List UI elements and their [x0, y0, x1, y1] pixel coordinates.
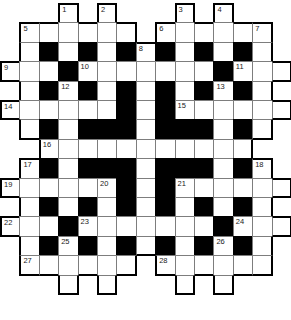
block-cell-r12c6: [116, 236, 136, 256]
block-cell-r2c6: [116, 42, 136, 62]
cell-r7c12[interactable]: [233, 139, 253, 159]
block-cell-r10c4: [78, 197, 98, 217]
block-cell-r2c2: [39, 42, 59, 62]
block-cell-r6c2: [39, 119, 59, 139]
block-cell-r4c8: [155, 81, 175, 101]
cell-r1c9[interactable]: [175, 22, 195, 42]
cell-r9c10[interactable]: [194, 178, 214, 198]
cell-r0c3[interactable]: 1: [58, 3, 78, 23]
cell-r10c7[interactable]: [136, 197, 156, 217]
cell-r11c7[interactable]: [136, 216, 156, 236]
cell-r9c1[interactable]: [19, 178, 39, 198]
block-cell-r8c5: [97, 158, 117, 178]
cell-r5c4[interactable]: [78, 100, 98, 120]
block-cell-r2c8: [155, 42, 175, 62]
cell-r13c12[interactable]: [233, 255, 253, 275]
block-cell-r9c6: [116, 178, 136, 198]
cell-r1c5[interactable]: [97, 22, 117, 42]
clue-number-14: 14: [4, 102, 12, 111]
clue-number-13: 13: [216, 82, 224, 91]
clue-number-19: 19: [4, 180, 12, 189]
cell-r3c9[interactable]: [175, 61, 195, 81]
cell-r13c13[interactable]: [252, 255, 272, 275]
clue-number-20: 20: [100, 179, 108, 188]
cell-r5c9[interactable]: 15: [175, 100, 195, 120]
cell-r0c11[interactable]: 4: [213, 3, 233, 23]
cell-r5c13[interactable]: [252, 100, 272, 120]
cell-r9c13[interactable]: [252, 178, 272, 198]
clue-number-1: 1: [62, 5, 66, 14]
clue-number-18: 18: [255, 160, 263, 169]
block-cell-r12c10: [194, 236, 214, 256]
cell-r3c2[interactable]: [39, 61, 59, 81]
clue-number-6: 6: [159, 24, 163, 33]
cell-r13c3[interactable]: [58, 255, 78, 275]
cell-r5c14[interactable]: [272, 100, 291, 120]
block-cell-r2c10: [194, 42, 214, 62]
cell-r10c5[interactable]: [97, 197, 117, 217]
clue-number-22: 22: [4, 218, 12, 227]
cell-r1c10[interactable]: [194, 22, 214, 42]
block-cell-r6c8: [155, 119, 175, 139]
cell-r11c12[interactable]: 24: [233, 216, 253, 236]
block-cell-r5c6: [116, 100, 136, 120]
cell-r8c3[interactable]: [58, 158, 78, 178]
cell-r6c13[interactable]: [252, 119, 272, 139]
cell-r7c5[interactable]: [97, 139, 117, 159]
cell-r1c13[interactable]: 7: [252, 22, 272, 42]
block-cell-r11c3: [58, 216, 78, 236]
clue-number-5: 5: [23, 24, 27, 33]
block-cell-r12c8: [155, 236, 175, 256]
cell-r4c9[interactable]: [175, 81, 195, 101]
clue-number-24: 24: [236, 217, 244, 226]
cell-r2c5[interactable]: [97, 42, 117, 62]
cell-r3c4[interactable]: 10: [78, 61, 98, 81]
block-cell-r4c6: [116, 81, 136, 101]
clue-number-11: 11: [236, 62, 244, 71]
cell-r3c10[interactable]: [194, 61, 214, 81]
cell-r1c12[interactable]: [233, 22, 253, 42]
cell-r11c14[interactable]: [272, 216, 291, 236]
cell-r7c11[interactable]: [213, 139, 233, 159]
block-cell-r3c3: [58, 61, 78, 81]
cell-r11c0[interactable]: 22: [0, 216, 20, 236]
cell-r4c3[interactable]: 12: [58, 81, 78, 101]
cell-r14c9[interactable]: [175, 275, 195, 295]
cell-r7c6[interactable]: [116, 139, 136, 159]
cell-r1c4[interactable]: [78, 22, 98, 42]
clue-number-25: 25: [61, 237, 69, 246]
cell-r4c13[interactable]: [252, 81, 272, 101]
cell-r11c4[interactable]: 23: [78, 216, 98, 236]
cell-r12c1[interactable]: [19, 236, 39, 256]
clue-number-2: 2: [101, 5, 105, 14]
cell-r7c4[interactable]: [78, 139, 98, 159]
cell-r11c9[interactable]: [175, 216, 195, 236]
cell-r3c0[interactable]: 9: [0, 61, 20, 81]
cell-r6c3[interactable]: [58, 119, 78, 139]
block-cell-r8c12: [233, 158, 253, 178]
block-cell-r6c9: [175, 119, 195, 139]
block-cell-r4c2: [39, 81, 59, 101]
cell-r8c7[interactable]: [136, 158, 156, 178]
block-cell-r11c11: [213, 216, 233, 236]
cell-r11c13[interactable]: [252, 216, 272, 236]
cell-r3c6[interactable]: [116, 61, 136, 81]
cell-r3c7[interactable]: [136, 61, 156, 81]
cell-r5c3[interactable]: [58, 100, 78, 120]
cell-r13c5[interactable]: [97, 255, 117, 275]
cell-r11c5[interactable]: [97, 216, 117, 236]
cell-r6c7[interactable]: [136, 119, 156, 139]
cell-r14c11[interactable]: [213, 275, 233, 295]
clue-number-15: 15: [178, 101, 186, 110]
cell-r1c8[interactable]: 6: [155, 22, 175, 42]
cell-r5c7[interactable]: [136, 100, 156, 120]
cell-r13c2[interactable]: [39, 255, 59, 275]
block-cell-r8c8: [155, 158, 175, 178]
cell-r13c4[interactable]: [78, 255, 98, 275]
cell-r12c13[interactable]: [252, 236, 272, 256]
cell-r8c13[interactable]: 18: [252, 158, 272, 178]
cell-r5c5[interactable]: [97, 100, 117, 120]
block-cell-r6c5: [97, 119, 117, 139]
cell-r5c12[interactable]: [233, 100, 253, 120]
cell-r4c11[interactable]: 13: [213, 81, 233, 101]
block-cell-r9c8: [155, 178, 175, 198]
cell-r11c10[interactable]: [194, 216, 214, 236]
cell-r8c1[interactable]: 17: [19, 158, 39, 178]
cell-r1c3[interactable]: [58, 22, 78, 42]
cell-r7c7[interactable]: [136, 139, 156, 159]
cell-r11c2[interactable]: [39, 216, 59, 236]
cell-r13c6[interactable]: [116, 255, 136, 275]
cell-r13c10[interactable]: [194, 255, 214, 275]
cell-r2c3[interactable]: [58, 42, 78, 62]
block-cell-r4c10: [194, 81, 214, 101]
block-cell-r8c9: [175, 158, 195, 178]
block-cell-r10c10: [194, 197, 214, 217]
cell-r7c8[interactable]: [155, 139, 175, 159]
cell-r0c9[interactable]: 3: [175, 3, 195, 23]
cell-r13c1[interactable]: 27: [19, 255, 39, 275]
clue-number-27: 27: [23, 256, 31, 265]
cell-r5c2[interactable]: [39, 100, 59, 120]
cell-r14c5[interactable]: [97, 275, 117, 295]
cell-r2c7[interactable]: 8: [136, 42, 156, 62]
cell-r13c11[interactable]: [213, 255, 233, 275]
cell-r4c5[interactable]: [97, 81, 117, 101]
block-cell-r8c4: [78, 158, 98, 178]
cell-r3c1[interactable]: [19, 61, 39, 81]
cell-r13c8[interactable]: 28: [155, 255, 175, 275]
block-cell-r6c10: [194, 119, 214, 139]
block-cell-r10c2: [39, 197, 59, 217]
cell-r10c9[interactable]: [175, 197, 195, 217]
cell-r5c1[interactable]: [19, 100, 39, 120]
cell-r5c11[interactable]: [213, 100, 233, 120]
block-cell-r8c2: [39, 158, 59, 178]
block-cell-r8c10: [194, 158, 214, 178]
block-cell-r10c6: [116, 197, 136, 217]
block-cell-r5c8: [155, 100, 175, 120]
clue-number-3: 3: [179, 5, 183, 14]
block-cell-r10c12: [233, 197, 253, 217]
block-cell-r12c2: [39, 236, 59, 256]
cell-r0c5[interactable]: 2: [97, 3, 117, 23]
cell-r4c1[interactable]: [19, 81, 39, 101]
cell-r13c9[interactable]: [175, 255, 195, 275]
block-cell-r6c4: [78, 119, 98, 139]
cell-r2c13[interactable]: [252, 42, 272, 62]
cell-r11c1[interactable]: [19, 216, 39, 236]
cell-r6c11[interactable]: [213, 119, 233, 139]
cell-r1c2[interactable]: [39, 22, 59, 42]
clue-number-17: 17: [23, 160, 31, 169]
block-cell-r12c4: [78, 236, 98, 256]
block-cell-r2c12: [233, 42, 253, 62]
cell-r1c11[interactable]: [213, 22, 233, 42]
cell-r3c12[interactable]: 11: [233, 61, 253, 81]
cell-r1c6[interactable]: [116, 22, 136, 42]
clue-number-4: 4: [217, 5, 221, 14]
cell-r7c2[interactable]: 16: [39, 139, 59, 159]
cell-r8c11[interactable]: [213, 158, 233, 178]
block-cell-r4c12: [233, 81, 253, 101]
clue-number-9: 9: [4, 63, 8, 72]
block-cell-r10c8: [155, 197, 175, 217]
cell-r9c2[interactable]: [39, 178, 59, 198]
cell-r3c8[interactable]: [155, 61, 175, 81]
block-cell-r2c4: [78, 42, 98, 62]
cell-r12c5[interactable]: [97, 236, 117, 256]
cell-r9c12[interactable]: [233, 178, 253, 198]
cell-r9c11[interactable]: [213, 178, 233, 198]
cell-r11c8[interactable]: [155, 216, 175, 236]
cell-r9c0[interactable]: 19: [0, 178, 20, 198]
cell-r9c4[interactable]: [78, 178, 98, 198]
cell-r2c1[interactable]: [19, 42, 39, 62]
cell-r12c3[interactable]: 25: [58, 236, 78, 256]
clue-number-21: 21: [178, 179, 186, 188]
clue-number-12: 12: [61, 82, 69, 91]
block-cell-r6c12: [233, 119, 253, 139]
clue-number-10: 10: [81, 62, 89, 71]
clue-number-26: 26: [216, 237, 224, 246]
cell-r9c3[interactable]: [58, 178, 78, 198]
cell-r2c11[interactable]: [213, 42, 233, 62]
block-cell-r6c6: [116, 119, 136, 139]
cell-r12c9[interactable]: [175, 236, 195, 256]
cell-r3c5[interactable]: [97, 61, 117, 81]
clue-number-28: 28: [159, 256, 167, 265]
cell-r10c1[interactable]: [19, 197, 39, 217]
block-cell-r4c4: [78, 81, 98, 101]
clue-number-16: 16: [43, 140, 51, 149]
cell-r9c7[interactable]: [136, 178, 156, 198]
block-cell-r3c11: [213, 61, 233, 81]
cell-r4c7[interactable]: [136, 81, 156, 101]
cell-r10c11[interactable]: [213, 197, 233, 217]
cell-r10c13[interactable]: [252, 197, 272, 217]
cell-r2c9[interactable]: [175, 42, 195, 62]
clue-number-23: 23: [81, 217, 89, 226]
cell-r6c1[interactable]: [19, 119, 39, 139]
cell-r12c7[interactable]: [136, 236, 156, 256]
cell-r12c11[interactable]: 26: [213, 236, 233, 256]
cell-r5c10[interactable]: [194, 100, 214, 120]
cell-r7c3[interactable]: [58, 139, 78, 159]
crossword-grid: 1234567891011121314151617181920212223242…: [0, 0, 291, 317]
block-cell-r12c12: [233, 236, 253, 256]
cell-r14c3[interactable]: [58, 275, 78, 295]
cell-r10c3[interactable]: [58, 197, 78, 217]
crossword-page: 1234567891011121314151617181920212223242…: [0, 0, 291, 320]
cell-r9c9[interactable]: 21: [175, 178, 195, 198]
cell-r7c9[interactable]: [175, 139, 195, 159]
cell-r9c5[interactable]: 20: [97, 178, 117, 198]
cell-r9c14[interactable]: [272, 178, 291, 198]
clue-number-7: 7: [255, 24, 259, 33]
cell-r3c14[interactable]: [272, 61, 291, 81]
cell-r5c0[interactable]: 14: [0, 100, 20, 120]
cell-r7c10[interactable]: [194, 139, 214, 159]
block-cell-r8c6: [116, 158, 136, 178]
cell-r3c13[interactable]: [252, 61, 272, 81]
cell-r1c1[interactable]: 5: [19, 22, 39, 42]
clue-number-8: 8: [139, 44, 143, 53]
cell-r11c6[interactable]: [116, 216, 136, 236]
